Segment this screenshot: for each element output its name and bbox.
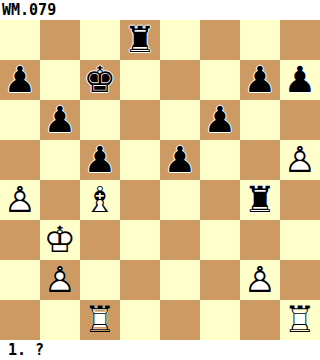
square-h5[interactable]: ♟♙ <box>280 140 320 180</box>
square-a1[interactable] <box>0 300 40 340</box>
black-pawn-piece: ♟ <box>0 60 40 100</box>
square-g8[interactable] <box>240 20 280 60</box>
chess-board: ♜♟♚♟♟♟♟♟♟♟♙♟♙♝♗♜♚♔♟♙♟♙♜♖♜♖ <box>0 20 320 340</box>
square-b3[interactable]: ♚♔ <box>40 220 80 260</box>
square-b1[interactable] <box>40 300 80 340</box>
square-b7[interactable] <box>40 60 80 100</box>
square-a5[interactable] <box>0 140 40 180</box>
square-e8[interactable] <box>160 20 200 60</box>
square-b5[interactable] <box>40 140 80 180</box>
square-g6[interactable] <box>240 100 280 140</box>
square-c1[interactable]: ♜♖ <box>80 300 120 340</box>
square-g2[interactable]: ♟♙ <box>240 260 280 300</box>
white-rook-piece-outline: ♖ <box>280 300 320 340</box>
square-b4[interactable] <box>40 180 80 220</box>
square-d4[interactable] <box>120 180 160 220</box>
square-c8[interactable] <box>80 20 120 60</box>
white-rook-piece-outline: ♖ <box>80 300 120 340</box>
square-h4[interactable] <box>280 180 320 220</box>
square-c3[interactable] <box>80 220 120 260</box>
square-d6[interactable] <box>120 100 160 140</box>
square-a4[interactable]: ♟♙ <box>0 180 40 220</box>
square-f3[interactable] <box>200 220 240 260</box>
black-pawn-piece: ♟ <box>240 60 280 100</box>
square-e5[interactable]: ♟ <box>160 140 200 180</box>
move-prompt: 1. ? <box>0 340 320 360</box>
square-g7[interactable]: ♟ <box>240 60 280 100</box>
white-bishop-piece-outline: ♗ <box>80 180 120 220</box>
square-a2[interactable] <box>0 260 40 300</box>
square-d8[interactable]: ♜ <box>120 20 160 60</box>
square-e2[interactable] <box>160 260 200 300</box>
square-h3[interactable] <box>280 220 320 260</box>
square-b6[interactable]: ♟ <box>40 100 80 140</box>
square-b8[interactable] <box>40 20 80 60</box>
square-f5[interactable] <box>200 140 240 180</box>
square-f7[interactable] <box>200 60 240 100</box>
square-h8[interactable] <box>280 20 320 60</box>
black-pawn-piece: ♟ <box>40 100 80 140</box>
square-d5[interactable] <box>120 140 160 180</box>
square-c2[interactable] <box>80 260 120 300</box>
square-e6[interactable] <box>160 100 200 140</box>
square-e7[interactable] <box>160 60 200 100</box>
square-f2[interactable] <box>200 260 240 300</box>
square-f8[interactable] <box>200 20 240 60</box>
square-f4[interactable] <box>200 180 240 220</box>
square-a6[interactable] <box>0 100 40 140</box>
square-d3[interactable] <box>120 220 160 260</box>
white-pawn-piece-outline: ♙ <box>240 260 280 300</box>
white-pawn-piece-outline: ♙ <box>280 140 320 180</box>
square-a7[interactable]: ♟ <box>0 60 40 100</box>
square-g1[interactable] <box>240 300 280 340</box>
square-h2[interactable] <box>280 260 320 300</box>
square-g4[interactable]: ♜ <box>240 180 280 220</box>
square-a3[interactable] <box>0 220 40 260</box>
black-pawn-piece: ♟ <box>280 60 320 100</box>
black-rook-piece: ♜ <box>240 180 280 220</box>
black-pawn-piece: ♟ <box>80 140 120 180</box>
white-pawn-piece-outline: ♙ <box>0 180 40 220</box>
square-h6[interactable] <box>280 100 320 140</box>
square-g3[interactable] <box>240 220 280 260</box>
black-king-piece: ♚ <box>80 60 120 100</box>
square-e3[interactable] <box>160 220 200 260</box>
black-rook-piece: ♜ <box>120 20 160 60</box>
square-c7[interactable]: ♚ <box>80 60 120 100</box>
puzzle-id: WM.079 <box>0 0 320 20</box>
square-h7[interactable]: ♟ <box>280 60 320 100</box>
square-c4[interactable]: ♝♗ <box>80 180 120 220</box>
square-h1[interactable]: ♜♖ <box>280 300 320 340</box>
white-king-piece-outline: ♔ <box>40 220 80 260</box>
square-c5[interactable]: ♟ <box>80 140 120 180</box>
square-f6[interactable]: ♟ <box>200 100 240 140</box>
square-d1[interactable] <box>120 300 160 340</box>
black-pawn-piece: ♟ <box>200 100 240 140</box>
square-d7[interactable] <box>120 60 160 100</box>
square-c6[interactable] <box>80 100 120 140</box>
square-g5[interactable] <box>240 140 280 180</box>
white-pawn-piece-outline: ♙ <box>40 260 80 300</box>
black-pawn-piece: ♟ <box>160 140 200 180</box>
square-e1[interactable] <box>160 300 200 340</box>
square-b2[interactable]: ♟♙ <box>40 260 80 300</box>
square-a8[interactable] <box>0 20 40 60</box>
square-d2[interactable] <box>120 260 160 300</box>
square-e4[interactable] <box>160 180 200 220</box>
square-f1[interactable] <box>200 300 240 340</box>
